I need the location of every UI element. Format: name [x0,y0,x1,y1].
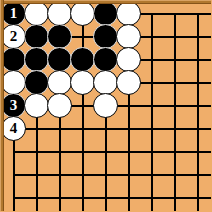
board-top-edge [0,0,211,4]
white-stone [70,1,95,26]
white-stone [24,1,49,26]
grid-line-vertical [197,13,199,212]
grid-line-horizontal [13,128,212,130]
black-stone [47,47,72,72]
numbered-stone-1: 1 [1,1,26,26]
black-stone [47,24,72,49]
grid-line-horizontal [13,151,212,153]
black-stone [93,47,118,72]
board-left-edge [0,0,4,211]
grid-line-vertical [82,13,84,212]
black-stone [24,70,49,95]
black-stone [24,24,49,49]
grid-line-vertical [151,13,153,212]
black-stone [93,1,118,26]
white-stone [70,70,95,95]
black-stone [24,47,49,72]
white-stone [47,93,72,118]
black-stone [93,24,118,49]
white-stone [47,1,72,26]
grid-line-vertical [174,13,176,212]
white-stone [93,93,118,118]
white-stone [116,24,141,49]
numbered-stone-3: 3 [1,93,26,118]
white-stone [24,93,49,118]
white-stone [93,70,118,95]
white-stone [116,47,141,72]
white-stone [1,70,26,95]
white-stone [47,70,72,95]
grid-line-horizontal [13,197,212,199]
white-stone [116,70,141,95]
black-stone [1,47,26,72]
go-board: 1234 [0,0,211,211]
numbered-stone-4: 4 [1,116,26,141]
grid-line-horizontal [13,174,212,176]
numbered-stone-2: 2 [1,24,26,49]
black-stone [70,47,95,72]
white-stone [116,1,141,26]
